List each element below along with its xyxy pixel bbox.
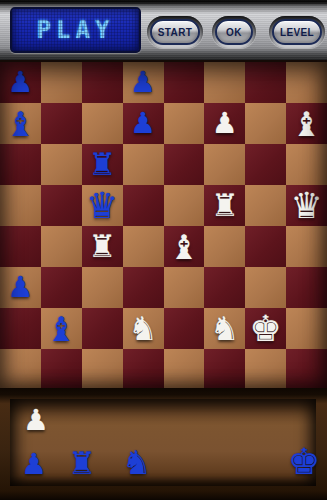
square-e5[interactable] <box>164 185 205 226</box>
square-h5[interactable]: ♛ <box>286 185 327 226</box>
square-h3[interactable] <box>286 267 327 308</box>
captured-pieces-tray: ♟♟♜♞♚ <box>0 388 327 500</box>
tray-piece-blue-king: ♚ <box>288 441 320 482</box>
piece-white-bishop: ♝ <box>169 230 199 264</box>
piece-blue-pawn: ♟ <box>130 68 156 97</box>
level-button[interactable]: LEVEL <box>272 19 322 45</box>
square-a3[interactable]: ♟ <box>0 267 41 308</box>
square-h1[interactable] <box>286 349 327 390</box>
square-a7[interactable]: ♝ <box>0 103 41 144</box>
square-g4[interactable] <box>245 226 286 267</box>
piece-white-bishop: ♝ <box>291 107 321 141</box>
tray-piece-blue-pawn: ♟ <box>21 447 47 481</box>
tray-piece-blue-knight: ♞ <box>122 443 152 482</box>
square-f1[interactable] <box>204 349 245 390</box>
ok-button-well: OK <box>212 16 256 48</box>
square-h8[interactable] <box>286 62 327 103</box>
lcd-display: PLAY <box>10 7 141 53</box>
square-c5[interactable]: ♛ <box>82 185 123 226</box>
square-f5[interactable]: ♜ <box>204 185 245 226</box>
square-h2[interactable] <box>286 308 327 349</box>
square-f4[interactable] <box>204 226 245 267</box>
piece-blue-bishop: ♝ <box>46 312 76 346</box>
square-f6[interactable] <box>204 144 245 185</box>
chess-board: ♟♟♝♟♟♝♜♛♜♛♜♝♟♝♞♞♚ <box>0 60 327 388</box>
square-d3[interactable] <box>123 267 164 308</box>
square-b8[interactable] <box>41 62 82 103</box>
tray-piece-white-pawn: ♟ <box>23 403 49 437</box>
square-h6[interactable] <box>286 144 327 185</box>
start-button[interactable]: START <box>150 19 200 45</box>
square-g3[interactable] <box>245 267 286 308</box>
square-c4[interactable]: ♜ <box>82 226 123 267</box>
square-e2[interactable] <box>164 308 205 349</box>
square-g8[interactable] <box>245 62 286 103</box>
square-f3[interactable] <box>204 267 245 308</box>
square-a4[interactable] <box>0 226 41 267</box>
square-h4[interactable] <box>286 226 327 267</box>
square-f8[interactable] <box>204 62 245 103</box>
lcd-display-text: PLAY <box>37 15 115 44</box>
square-b2[interactable]: ♝ <box>41 308 82 349</box>
square-d2[interactable]: ♞ <box>123 308 164 349</box>
square-c6[interactable]: ♜ <box>82 144 123 185</box>
square-b4[interactable] <box>41 226 82 267</box>
piece-blue-rook: ♜ <box>88 149 116 180</box>
square-d5[interactable] <box>123 185 164 226</box>
piece-blue-queen: ♛ <box>86 188 118 224</box>
square-g7[interactable] <box>245 103 286 144</box>
piece-white-rook: ♜ <box>88 231 116 262</box>
tray-piece-blue-rook: ♜ <box>68 445 96 481</box>
square-c7[interactable] <box>82 103 123 144</box>
square-d1[interactable] <box>123 349 164 390</box>
piece-blue-bishop: ♝ <box>5 107 35 141</box>
square-d6[interactable] <box>123 144 164 185</box>
square-b5[interactable] <box>41 185 82 226</box>
piece-white-rook: ♜ <box>211 190 239 221</box>
square-b6[interactable] <box>41 144 82 185</box>
square-c1[interactable] <box>82 349 123 390</box>
square-e7[interactable] <box>164 103 205 144</box>
square-d7[interactable]: ♟ <box>123 103 164 144</box>
square-e3[interactable] <box>164 267 205 308</box>
square-c2[interactable] <box>82 308 123 349</box>
square-d8[interactable]: ♟ <box>123 62 164 103</box>
square-a8[interactable]: ♟ <box>0 62 41 103</box>
square-g1[interactable] <box>245 349 286 390</box>
start-button-well: START <box>147 16 203 48</box>
piece-blue-pawn: ♟ <box>130 109 156 138</box>
square-c3[interactable] <box>82 267 123 308</box>
piece-blue-pawn: ♟ <box>7 273 33 302</box>
piece-white-knight: ♞ <box>128 312 158 345</box>
square-e4[interactable]: ♝ <box>164 226 205 267</box>
square-e1[interactable] <box>164 349 205 390</box>
piece-white-pawn: ♟ <box>212 109 238 138</box>
piece-blue-pawn: ♟ <box>7 68 33 97</box>
level-button-well: LEVEL <box>269 16 325 48</box>
chess-app: PLAY START OK LEVEL ♟♟♝♟♟♝♜♛♜♛♜♝♟♝♞♞♚ ♟♟… <box>0 0 327 500</box>
square-e6[interactable] <box>164 144 205 185</box>
square-a1[interactable] <box>0 349 41 390</box>
square-b7[interactable] <box>41 103 82 144</box>
square-g6[interactable] <box>245 144 286 185</box>
piece-white-knight: ♞ <box>210 312 240 345</box>
square-b3[interactable] <box>41 267 82 308</box>
square-c8[interactable] <box>82 62 123 103</box>
ok-button[interactable]: OK <box>215 19 253 45</box>
square-e8[interactable] <box>164 62 205 103</box>
square-a5[interactable] <box>0 185 41 226</box>
square-a6[interactable] <box>0 144 41 185</box>
piece-white-queen: ♛ <box>290 188 322 224</box>
tray-floor: ♟♟♜♞♚ <box>10 399 316 486</box>
square-b1[interactable] <box>41 349 82 390</box>
square-h7[interactable]: ♝ <box>286 103 327 144</box>
square-g5[interactable] <box>245 185 286 226</box>
square-f7[interactable]: ♟ <box>204 103 245 144</box>
square-g2[interactable]: ♚ <box>245 308 286 349</box>
square-f2[interactable]: ♞ <box>204 308 245 349</box>
square-a2[interactable] <box>0 308 41 349</box>
top-control-bar: PLAY START OK LEVEL <box>0 0 327 60</box>
square-d4[interactable] <box>123 226 164 267</box>
piece-white-king: ♚ <box>250 311 282 347</box>
